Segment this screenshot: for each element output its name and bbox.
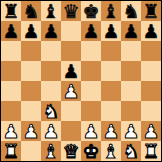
black-knight[interactable]: ♞ bbox=[122, 1, 139, 21]
square-e4[interactable] bbox=[81, 81, 101, 101]
square-e3[interactable] bbox=[81, 101, 101, 121]
black-pawn[interactable]: ♟ bbox=[142, 21, 159, 41]
square-g6[interactable] bbox=[121, 41, 141, 61]
square-f8[interactable]: ♝ bbox=[101, 1, 121, 21]
square-h2[interactable]: ♟ bbox=[141, 121, 161, 141]
square-d2[interactable] bbox=[61, 121, 81, 141]
square-e6[interactable] bbox=[81, 41, 101, 61]
black-pawn[interactable]: ♟ bbox=[42, 21, 59, 41]
square-e7[interactable]: ♟ bbox=[81, 21, 101, 41]
square-a4[interactable] bbox=[1, 81, 21, 101]
square-b7[interactable]: ♟ bbox=[21, 21, 41, 41]
black-rook[interactable]: ♜ bbox=[2, 1, 19, 21]
square-a5[interactable] bbox=[1, 61, 21, 81]
white-knight[interactable]: ♞ bbox=[42, 101, 59, 121]
square-d6[interactable] bbox=[61, 41, 81, 61]
square-f4[interactable] bbox=[101, 81, 121, 101]
white-rook[interactable]: ♜ bbox=[142, 141, 159, 161]
white-king[interactable]: ♚ bbox=[82, 141, 99, 161]
square-c1[interactable]: ♝ bbox=[41, 141, 61, 161]
white-bishop[interactable]: ♝ bbox=[42, 141, 59, 161]
white-pawn[interactable]: ♟ bbox=[42, 121, 59, 141]
black-bishop[interactable]: ♝ bbox=[42, 1, 59, 21]
square-h1[interactable]: ♜ bbox=[141, 141, 161, 161]
square-c6[interactable] bbox=[41, 41, 61, 61]
white-bishop[interactable]: ♝ bbox=[102, 141, 119, 161]
square-c8[interactable]: ♝ bbox=[41, 1, 61, 21]
black-bishop[interactable]: ♝ bbox=[102, 1, 119, 21]
square-d4[interactable]: ♟ bbox=[61, 81, 81, 101]
square-a1[interactable]: ♜ bbox=[1, 141, 21, 161]
square-c4[interactable] bbox=[41, 81, 61, 101]
white-pawn[interactable]: ♟ bbox=[22, 121, 39, 141]
square-h3[interactable] bbox=[141, 101, 161, 121]
square-g7[interactable]: ♟ bbox=[121, 21, 141, 41]
square-c3[interactable]: ♞ bbox=[41, 101, 61, 121]
black-pawn[interactable]: ♟ bbox=[122, 21, 139, 41]
square-e1[interactable]: ♚ bbox=[81, 141, 101, 161]
square-b5[interactable] bbox=[21, 61, 41, 81]
square-g2[interactable]: ♟ bbox=[121, 121, 141, 141]
square-f6[interactable] bbox=[101, 41, 121, 61]
white-pawn[interactable]: ♟ bbox=[2, 121, 19, 141]
white-knight[interactable]: ♞ bbox=[122, 141, 139, 161]
square-d5[interactable]: ♟ bbox=[61, 61, 81, 81]
square-g5[interactable] bbox=[121, 61, 141, 81]
square-a6[interactable] bbox=[1, 41, 21, 61]
black-pawn[interactable]: ♟ bbox=[102, 21, 119, 41]
square-d1[interactable]: ♛ bbox=[61, 141, 81, 161]
black-queen[interactable]: ♛ bbox=[62, 1, 79, 21]
black-pawn[interactable]: ♟ bbox=[82, 21, 99, 41]
square-f1[interactable]: ♝ bbox=[101, 141, 121, 161]
black-pawn[interactable]: ♟ bbox=[22, 21, 39, 41]
black-pawn[interactable]: ♟ bbox=[2, 21, 19, 41]
board-frame: ♜♞♝♛♚♝♞♜♟♟♟♟♟♟♟♟♟♞♟♟♟♟♟♟♟♜♝♛♚♝♞♜ bbox=[0, 0, 162, 162]
square-h6[interactable] bbox=[141, 41, 161, 61]
white-queen[interactable]: ♛ bbox=[62, 141, 79, 161]
square-b3[interactable] bbox=[21, 101, 41, 121]
white-rook[interactable]: ♜ bbox=[2, 141, 19, 161]
square-g4[interactable] bbox=[121, 81, 141, 101]
square-g8[interactable]: ♞ bbox=[121, 1, 141, 21]
square-h5[interactable] bbox=[141, 61, 161, 81]
black-rook[interactable]: ♜ bbox=[142, 1, 159, 21]
chess-board: ♜♞♝♛♚♝♞♜♟♟♟♟♟♟♟♟♟♞♟♟♟♟♟♟♟♜♝♛♚♝♞♜ bbox=[1, 1, 161, 161]
black-knight[interactable]: ♞ bbox=[22, 1, 39, 21]
square-g3[interactable] bbox=[121, 101, 141, 121]
square-a2[interactable]: ♟ bbox=[1, 121, 21, 141]
square-h8[interactable]: ♜ bbox=[141, 1, 161, 21]
white-pawn[interactable]: ♟ bbox=[82, 121, 99, 141]
square-d3[interactable] bbox=[61, 101, 81, 121]
black-king[interactable]: ♚ bbox=[82, 1, 99, 21]
square-a7[interactable]: ♟ bbox=[1, 21, 21, 41]
white-pawn[interactable]: ♟ bbox=[102, 121, 119, 141]
square-g1[interactable]: ♞ bbox=[121, 141, 141, 161]
square-b1[interactable] bbox=[21, 141, 41, 161]
white-pawn[interactable]: ♟ bbox=[142, 121, 159, 141]
square-a8[interactable]: ♜ bbox=[1, 1, 21, 21]
square-c2[interactable]: ♟ bbox=[41, 121, 61, 141]
square-e8[interactable]: ♚ bbox=[81, 1, 101, 21]
square-e5[interactable] bbox=[81, 61, 101, 81]
square-b6[interactable] bbox=[21, 41, 41, 61]
square-f2[interactable]: ♟ bbox=[101, 121, 121, 141]
square-h4[interactable] bbox=[141, 81, 161, 101]
white-pawn[interactable]: ♟ bbox=[122, 121, 139, 141]
square-c5[interactable] bbox=[41, 61, 61, 81]
square-f3[interactable] bbox=[101, 101, 121, 121]
square-c7[interactable]: ♟ bbox=[41, 21, 61, 41]
square-b4[interactable] bbox=[21, 81, 41, 101]
square-b2[interactable]: ♟ bbox=[21, 121, 41, 141]
white-pawn[interactable]: ♟ bbox=[62, 81, 79, 101]
square-f5[interactable] bbox=[101, 61, 121, 81]
square-d7[interactable] bbox=[61, 21, 81, 41]
square-a3[interactable] bbox=[1, 101, 21, 121]
square-h7[interactable]: ♟ bbox=[141, 21, 161, 41]
square-d8[interactable]: ♛ bbox=[61, 1, 81, 21]
square-f7[interactable]: ♟ bbox=[101, 21, 121, 41]
square-e2[interactable]: ♟ bbox=[81, 121, 101, 141]
square-b8[interactable]: ♞ bbox=[21, 1, 41, 21]
black-pawn[interactable]: ♟ bbox=[62, 61, 79, 81]
